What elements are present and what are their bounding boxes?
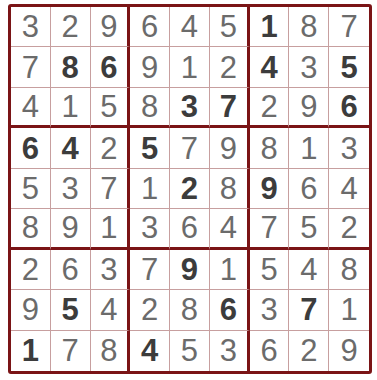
cell-r2c3[interactable]: 6 bbox=[91, 47, 131, 87]
cell-r9c8[interactable]: 2 bbox=[289, 331, 329, 371]
cell-r1c3[interactable]: 9 bbox=[91, 7, 131, 47]
cell-r4c9[interactable]: 3 bbox=[329, 128, 369, 168]
cell-r7c3[interactable]: 3 bbox=[91, 250, 131, 290]
cell-r9c4[interactable]: 4 bbox=[130, 331, 170, 371]
cell-r5c2[interactable]: 3 bbox=[51, 169, 91, 209]
cell-r3c4[interactable]: 8 bbox=[130, 88, 170, 128]
cell-r6c1[interactable]: 8 bbox=[11, 209, 51, 249]
cell-r8c3[interactable]: 4 bbox=[91, 290, 131, 330]
cell-r3c7[interactable]: 2 bbox=[250, 88, 290, 128]
cell-r3c8[interactable]: 9 bbox=[289, 88, 329, 128]
cell-r7c2[interactable]: 6 bbox=[51, 250, 91, 290]
cell-r1c4[interactable]: 6 bbox=[130, 7, 170, 47]
cell-r6c4[interactable]: 3 bbox=[130, 209, 170, 249]
cell-r4c4[interactable]: 5 bbox=[130, 128, 170, 168]
cell-r1c7[interactable]: 1 bbox=[250, 7, 290, 47]
cell-r6c9[interactable]: 2 bbox=[329, 209, 369, 249]
cell-r5c5[interactable]: 2 bbox=[170, 169, 210, 209]
cell-r2c8[interactable]: 3 bbox=[289, 47, 329, 87]
cell-r3c5[interactable]: 3 bbox=[170, 88, 210, 128]
cell-r2c9[interactable]: 5 bbox=[329, 47, 369, 87]
cell-r4c8[interactable]: 1 bbox=[289, 128, 329, 168]
cell-r4c1[interactable]: 6 bbox=[11, 128, 51, 168]
cell-r2c2[interactable]: 8 bbox=[51, 47, 91, 87]
cell-r1c2[interactable]: 2 bbox=[51, 7, 91, 47]
cell-r9c5[interactable]: 5 bbox=[170, 331, 210, 371]
cell-r7c9[interactable]: 8 bbox=[329, 250, 369, 290]
cell-r5c6[interactable]: 8 bbox=[210, 169, 250, 209]
cell-r4c3[interactable]: 2 bbox=[91, 128, 131, 168]
cell-r4c5[interactable]: 7 bbox=[170, 128, 210, 168]
cell-r4c2[interactable]: 4 bbox=[51, 128, 91, 168]
cell-r8c7[interactable]: 3 bbox=[250, 290, 290, 330]
cell-r5c4[interactable]: 1 bbox=[130, 169, 170, 209]
cell-r8c8[interactable]: 7 bbox=[289, 290, 329, 330]
cell-r7c7[interactable]: 5 bbox=[250, 250, 290, 290]
cell-r5c8[interactable]: 6 bbox=[289, 169, 329, 209]
cell-r3c2[interactable]: 1 bbox=[51, 88, 91, 128]
cell-r7c1[interactable]: 2 bbox=[11, 250, 51, 290]
cell-r7c8[interactable]: 4 bbox=[289, 250, 329, 290]
cell-r3c6[interactable]: 7 bbox=[210, 88, 250, 128]
cell-r5c9[interactable]: 4 bbox=[329, 169, 369, 209]
sudoku-board: 3296451877869124354158372966425798135371… bbox=[8, 4, 372, 374]
cell-r6c6[interactable]: 4 bbox=[210, 209, 250, 249]
cell-r8c4[interactable]: 2 bbox=[130, 290, 170, 330]
cell-r2c7[interactable]: 4 bbox=[250, 47, 290, 87]
cell-r3c1[interactable]: 4 bbox=[11, 88, 51, 128]
cell-r2c6[interactable]: 2 bbox=[210, 47, 250, 87]
cell-r4c6[interactable]: 9 bbox=[210, 128, 250, 168]
cell-r8c1[interactable]: 9 bbox=[11, 290, 51, 330]
cell-r1c8[interactable]: 8 bbox=[289, 7, 329, 47]
cell-r8c2[interactable]: 5 bbox=[51, 290, 91, 330]
cell-r9c1[interactable]: 1 bbox=[11, 331, 51, 371]
cell-r6c5[interactable]: 6 bbox=[170, 209, 210, 249]
cell-r8c9[interactable]: 1 bbox=[329, 290, 369, 330]
cell-r2c4[interactable]: 9 bbox=[130, 47, 170, 87]
cell-r3c9[interactable]: 6 bbox=[329, 88, 369, 128]
cell-r9c6[interactable]: 3 bbox=[210, 331, 250, 371]
cell-r2c5[interactable]: 1 bbox=[170, 47, 210, 87]
cell-r6c7[interactable]: 7 bbox=[250, 209, 290, 249]
cell-r9c9[interactable]: 9 bbox=[329, 331, 369, 371]
cell-r7c4[interactable]: 7 bbox=[130, 250, 170, 290]
cell-r8c5[interactable]: 8 bbox=[170, 290, 210, 330]
cell-r6c2[interactable]: 9 bbox=[51, 209, 91, 249]
cell-r1c6[interactable]: 5 bbox=[210, 7, 250, 47]
cell-r5c1[interactable]: 5 bbox=[11, 169, 51, 209]
cell-r4c7[interactable]: 8 bbox=[250, 128, 290, 168]
cell-r1c5[interactable]: 4 bbox=[170, 7, 210, 47]
cell-r6c3[interactable]: 1 bbox=[91, 209, 131, 249]
cell-r1c1[interactable]: 3 bbox=[11, 7, 51, 47]
cell-r9c2[interactable]: 7 bbox=[51, 331, 91, 371]
cell-r9c7[interactable]: 6 bbox=[250, 331, 290, 371]
cell-r7c6[interactable]: 1 bbox=[210, 250, 250, 290]
cell-r9c3[interactable]: 8 bbox=[91, 331, 131, 371]
cell-r1c9[interactable]: 7 bbox=[329, 7, 369, 47]
cell-r8c6[interactable]: 6 bbox=[210, 290, 250, 330]
cell-r6c8[interactable]: 5 bbox=[289, 209, 329, 249]
cell-r5c3[interactable]: 7 bbox=[91, 169, 131, 209]
cell-r2c1[interactable]: 7 bbox=[11, 47, 51, 87]
cell-r7c5[interactable]: 9 bbox=[170, 250, 210, 290]
cell-r5c7[interactable]: 9 bbox=[250, 169, 290, 209]
cell-r3c3[interactable]: 5 bbox=[91, 88, 131, 128]
